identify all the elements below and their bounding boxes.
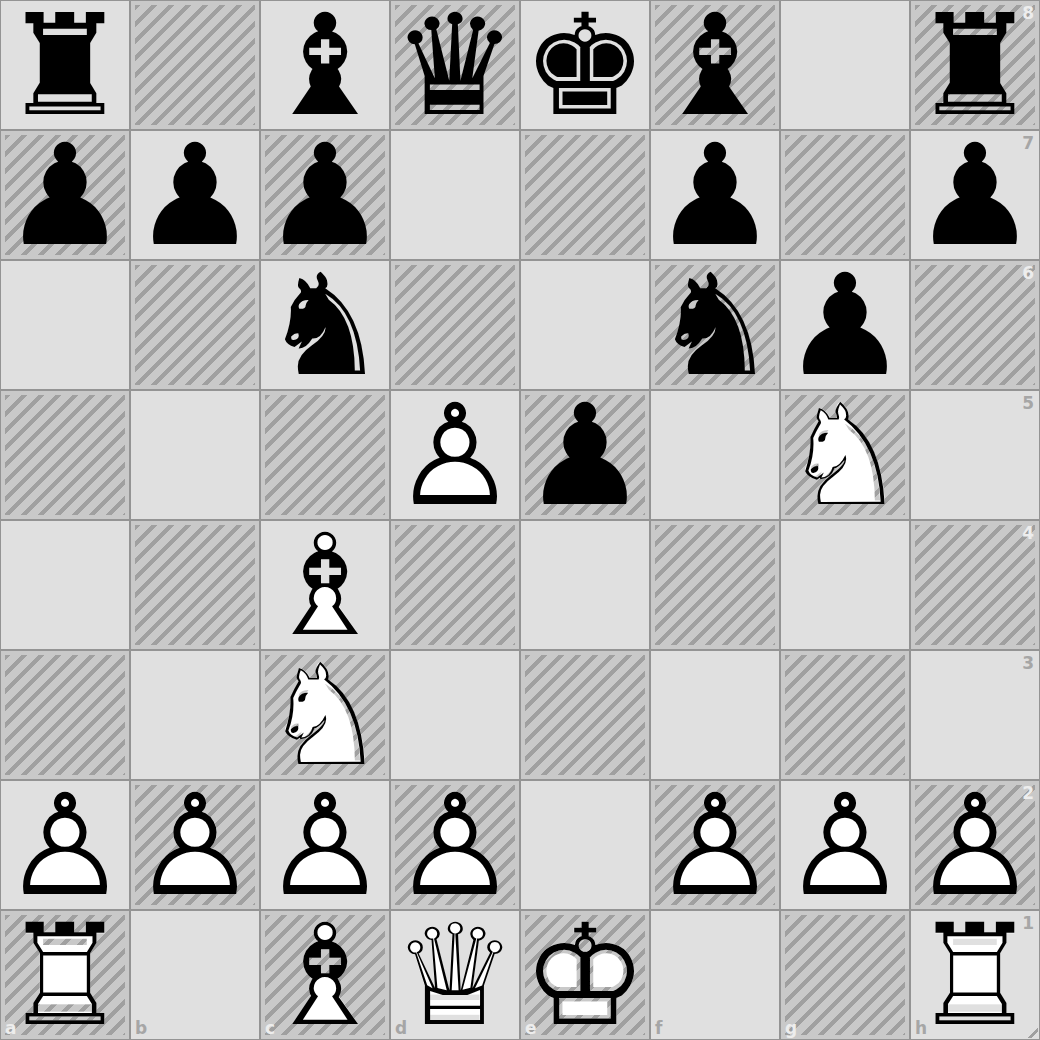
square-a3[interactable] [0,650,130,780]
piece-white-pawn[interactable]: ♟♙ [650,780,780,910]
file-label-d: d [395,1018,407,1038]
piece-black-bishop[interactable]: ♝ [260,0,390,130]
square-h3[interactable]: 3 [910,650,1040,780]
piece-black-pawn[interactable]: ♟ [650,130,780,260]
square-b1[interactable]: b [130,910,260,1040]
square-h2[interactable]: ♟♙2 [910,780,1040,910]
piece-black-bishop[interactable]: ♝ [650,0,780,130]
square-d7[interactable] [390,130,520,260]
square-f4[interactable] [650,520,780,650]
square-d5[interactable]: ♟♙ [390,390,520,520]
square-b3[interactable] [130,650,260,780]
square-g6[interactable]: ♟ [780,260,910,390]
square-e7[interactable] [520,130,650,260]
piece-black-knight[interactable]: ♞ [260,260,390,390]
piece-white-rook[interactable]: ♜♖ [910,910,1040,1040]
file-label-e: e [525,1018,537,1038]
square-f7[interactable]: ♟ [650,130,780,260]
piece-white-pawn[interactable]: ♟♙ [260,780,390,910]
rank-label-2: 2 [1022,783,1034,803]
rank-label-5: 5 [1022,393,1034,413]
piece-black-knight[interactable]: ♞ [650,260,780,390]
square-a1[interactable]: ♜♖a [0,910,130,1040]
piece-white-pawn[interactable]: ♟♙ [130,780,260,910]
file-label-g: g [785,1018,797,1038]
piece-black-pawn[interactable]: ♟ [0,130,130,260]
piece-white-pawn[interactable]: ♟♙ [390,390,520,520]
square-a4[interactable] [0,520,130,650]
square-f1[interactable]: f [650,910,780,1040]
square-d6[interactable] [390,260,520,390]
square-d2[interactable]: ♟♙ [390,780,520,910]
square-e3[interactable] [520,650,650,780]
square-c1[interactable]: ♝♗c [260,910,390,1040]
square-a2[interactable]: ♟♙ [0,780,130,910]
square-f5[interactable] [650,390,780,520]
square-g2[interactable]: ♟♙ [780,780,910,910]
file-label-h: h [915,1018,927,1038]
piece-white-queen[interactable]: ♛♕ [390,910,520,1040]
square-d1[interactable]: ♛♕d [390,910,520,1040]
square-h5[interactable]: 5 [910,390,1040,520]
square-b5[interactable] [130,390,260,520]
square-d8[interactable]: ♛ [390,0,520,130]
square-f6[interactable]: ♞ [650,260,780,390]
square-f3[interactable] [650,650,780,780]
piece-black-rook[interactable]: ♜ [0,0,130,130]
square-e6[interactable] [520,260,650,390]
piece-black-pawn[interactable]: ♟ [130,130,260,260]
square-e2[interactable] [520,780,650,910]
file-label-a: a [5,1018,16,1038]
square-a7[interactable]: ♟ [0,130,130,260]
piece-white-knight[interactable]: ♞♘ [260,650,390,780]
square-h8[interactable]: ♜8 [910,0,1040,130]
square-d4[interactable] [390,520,520,650]
piece-white-pawn[interactable]: ♟♙ [390,780,520,910]
file-label-c: c [265,1018,275,1038]
piece-black-pawn[interactable]: ♟ [780,260,910,390]
piece-white-bishop[interactable]: ♝♗ [260,910,390,1040]
rank-label-1: 1 [1022,913,1034,933]
square-g5[interactable]: ♞♘ [780,390,910,520]
piece-black-pawn[interactable]: ♟ [260,130,390,260]
square-c8[interactable]: ♝ [260,0,390,130]
square-c7[interactable]: ♟ [260,130,390,260]
piece-white-knight[interactable]: ♞♘ [780,390,910,520]
file-label-f: f [655,1018,662,1038]
square-a5[interactable] [0,390,130,520]
square-e1[interactable]: ♚♔e [520,910,650,1040]
piece-black-pawn[interactable]: ♟ [910,130,1040,260]
square-h4[interactable]: 4 [910,520,1040,650]
square-c6[interactable]: ♞ [260,260,390,390]
square-b8[interactable] [130,0,260,130]
piece-black-pawn[interactable]: ♟ [520,390,650,520]
square-c3[interactable]: ♞♘ [260,650,390,780]
piece-white-pawn[interactable]: ♟♙ [910,780,1040,910]
rank-label-3: 3 [1022,653,1034,673]
file-label-b: b [135,1018,147,1038]
square-e8[interactable]: ♚ [520,0,650,130]
square-g8[interactable] [780,0,910,130]
square-h1[interactable]: ♜♖1h [910,910,1040,1040]
rank-label-7: 7 [1022,133,1034,153]
square-h6[interactable]: 6 [910,260,1040,390]
square-h7[interactable]: ♟7 [910,130,1040,260]
square-b7[interactable]: ♟ [130,130,260,260]
piece-black-king[interactable]: ♚ [520,0,650,130]
square-c5[interactable] [260,390,390,520]
piece-black-rook[interactable]: ♜ [910,0,1040,130]
piece-white-bishop[interactable]: ♝♗ [260,520,390,650]
square-f2[interactable]: ♟♙ [650,780,780,910]
chess-board: ♜♝♛♚♝♜8♟♟♟♟♟7♞♞♟6♟♙♟♞♘5♝♗4♞♘3♟♙♟♙♟♙♟♙♟♙♟… [0,0,1040,1040]
piece-white-king[interactable]: ♚♔ [520,910,650,1040]
square-g4[interactable] [780,520,910,650]
square-c2[interactable]: ♟♙ [260,780,390,910]
square-c4[interactable]: ♝♗ [260,520,390,650]
piece-white-pawn[interactable]: ♟♙ [0,780,130,910]
square-a6[interactable] [0,260,130,390]
square-b2[interactable]: ♟♙ [130,780,260,910]
square-g1[interactable]: g [780,910,910,1040]
square-g7[interactable] [780,130,910,260]
square-f8[interactable]: ♝ [650,0,780,130]
piece-white-rook[interactable]: ♜♖ [0,910,130,1040]
square-e4[interactable] [520,520,650,650]
piece-white-pawn[interactable]: ♟♙ [780,780,910,910]
square-e5[interactable]: ♟ [520,390,650,520]
rank-label-8: 8 [1022,3,1034,23]
square-g3[interactable] [780,650,910,780]
piece-black-queen[interactable]: ♛ [390,0,520,130]
rank-label-4: 4 [1022,523,1034,543]
rank-label-6: 6 [1022,263,1034,283]
square-a8[interactable]: ♜ [0,0,130,130]
square-b6[interactable] [130,260,260,390]
square-d3[interactable] [390,650,520,780]
square-b4[interactable] [130,520,260,650]
